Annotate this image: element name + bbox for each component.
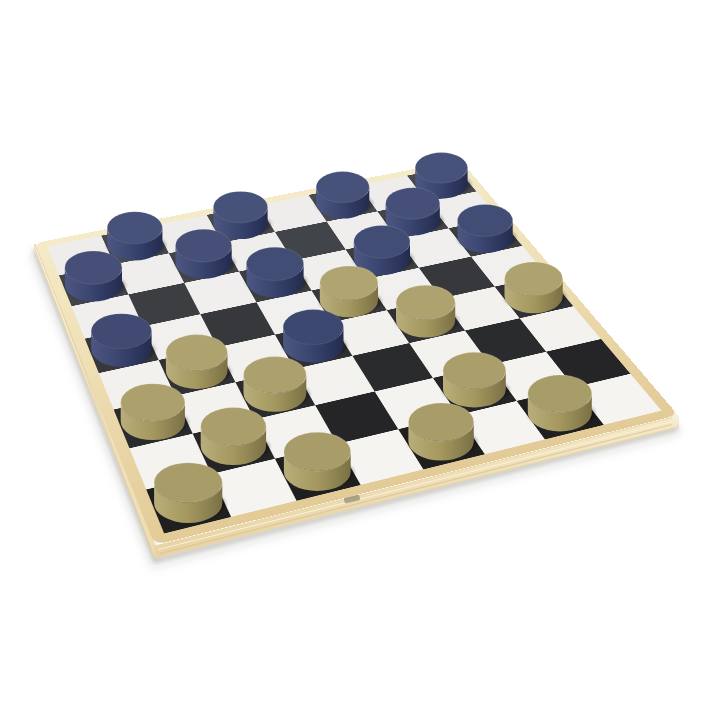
navy-checker-c2[interactable] [175,229,235,278]
piece-top-face [65,251,122,284]
gold-checker-f7[interactable] [443,352,510,407]
gold-checker-a6[interactable] [120,384,188,440]
piece-top-face [443,352,506,388]
piece-top-face [201,408,266,446]
gold-checker-c8[interactable] [283,432,354,491]
piece-top-face [246,247,303,280]
gold-checker-f5[interactable] [396,285,459,337]
navy-checker-a4[interactable] [91,314,155,367]
piece-top-face [91,314,151,349]
piece-top-face [121,384,185,421]
piece-top-face [408,403,473,441]
piece-top-face [320,266,378,300]
piece-top-face [107,212,162,244]
piece-top-face [396,285,455,319]
piece-top-face [176,229,232,262]
navy-checker-d1[interactable] [213,191,271,239]
piece-top-face [154,463,222,503]
piece-top-face [244,357,307,393]
gold-checker-g8[interactable] [527,375,595,431]
piece-top-face [415,153,467,183]
navy-checker-h3[interactable] [457,205,516,254]
piece-top-face [458,205,513,237]
piece-top-face [504,262,562,296]
navy-checker-d3[interactable] [246,247,307,297]
piece-top-face [213,191,267,222]
gold-checker-b7[interactable] [200,408,269,466]
navy-checker-f1[interactable] [316,172,373,219]
piece-top-face [528,375,592,412]
gold-checker-e8[interactable] [408,403,477,461]
navy-checker-d5[interactable] [283,310,347,363]
piece-top-face [386,188,440,219]
gold-checker-e4[interactable] [319,266,381,317]
product-photo-canvas [0,0,710,710]
piece-top-face [316,172,369,203]
gold-checker-h5[interactable] [504,262,566,313]
navy-checker-b1[interactable] [107,212,166,261]
piece-top-face [284,432,351,471]
pieces-layer [0,0,710,710]
navy-checker-a2[interactable] [64,251,125,301]
piece-top-face [166,335,228,371]
piece-top-face [354,226,410,259]
gold-checker-b5[interactable] [165,335,231,389]
gold-checker-c6[interactable] [243,357,310,412]
gold-checker-a8[interactable] [154,463,226,523]
piece-top-face [283,310,343,345]
